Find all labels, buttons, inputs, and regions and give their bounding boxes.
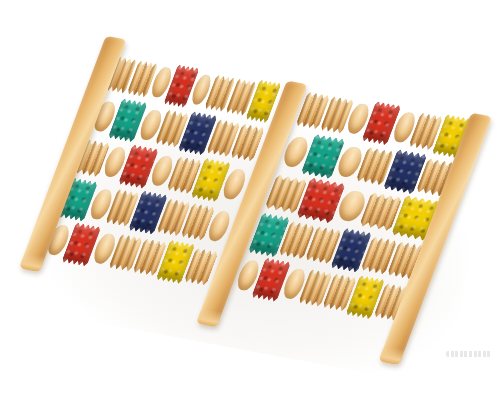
product-photo <box>0 0 500 400</box>
watermark <box>446 351 491 357</box>
